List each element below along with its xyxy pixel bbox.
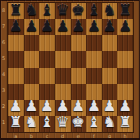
white-pawn[interactable]: ♟ bbox=[118, 99, 131, 114]
square-f1[interactable]: ♝ bbox=[86, 116, 102, 132]
white-rook[interactable]: ♜ bbox=[118, 115, 131, 130]
black-pawn[interactable]: ♟ bbox=[25, 19, 38, 34]
black-pawn[interactable]: ♟ bbox=[56, 19, 69, 34]
white-pawn[interactable]: ♟ bbox=[87, 99, 100, 114]
white-bishop[interactable]: ♝ bbox=[40, 115, 53, 130]
rank-labels: 87654321 bbox=[0, 2, 7, 131]
square-g1[interactable]: ♞ bbox=[102, 116, 118, 132]
square-f7[interactable]: ♟ bbox=[86, 19, 102, 35]
square-b4[interactable] bbox=[24, 68, 40, 84]
rank-label-5: 5 bbox=[0, 50, 7, 66]
square-g6[interactable] bbox=[102, 35, 118, 51]
square-c7[interactable]: ♟ bbox=[39, 19, 55, 35]
square-c1[interactable]: ♝ bbox=[39, 116, 55, 132]
black-pawn[interactable]: ♟ bbox=[9, 19, 22, 34]
square-e7[interactable]: ♟ bbox=[71, 19, 87, 35]
square-f4[interactable] bbox=[86, 68, 102, 84]
black-knight[interactable]: ♞ bbox=[103, 3, 116, 18]
square-h6[interactable] bbox=[117, 35, 133, 51]
black-knight[interactable]: ♞ bbox=[25, 3, 38, 18]
rank-label-2: 2 bbox=[0, 99, 7, 115]
square-c6[interactable] bbox=[39, 35, 55, 51]
black-rook[interactable]: ♜ bbox=[118, 3, 131, 18]
square-d6[interactable] bbox=[55, 35, 71, 51]
square-f6[interactable] bbox=[86, 35, 102, 51]
square-b6[interactable] bbox=[24, 35, 40, 51]
square-d5[interactable] bbox=[55, 51, 71, 67]
rank-label-7: 7 bbox=[0, 18, 7, 34]
square-e4[interactable] bbox=[71, 68, 87, 84]
square-d4[interactable] bbox=[55, 68, 71, 84]
black-pawn[interactable]: ♟ bbox=[103, 19, 116, 34]
white-king[interactable]: ♚ bbox=[72, 115, 85, 130]
white-pawn[interactable]: ♟ bbox=[9, 99, 22, 114]
white-bishop[interactable]: ♝ bbox=[87, 115, 100, 130]
black-pawn[interactable]: ♟ bbox=[72, 19, 85, 34]
white-pawn[interactable]: ♟ bbox=[25, 99, 38, 114]
square-e1[interactable]: ♚ bbox=[71, 116, 87, 132]
square-b1[interactable]: ♞ bbox=[24, 116, 40, 132]
square-g5[interactable] bbox=[102, 51, 118, 67]
chess-app-window: 87654321 ♜♞♝♛♚♝♞♜♟♟♟♟♟♟♟♟♟♟♟♟♟♟♟♟♜♞♝♛♚♝♞… bbox=[0, 0, 140, 140]
white-rook[interactable]: ♜ bbox=[9, 115, 22, 130]
white-pawn[interactable]: ♟ bbox=[103, 99, 116, 114]
square-h5[interactable] bbox=[117, 51, 133, 67]
square-e6[interactable] bbox=[71, 35, 87, 51]
black-rook[interactable]: ♜ bbox=[9, 3, 22, 18]
black-king[interactable]: ♚ bbox=[72, 3, 85, 18]
square-d7[interactable]: ♟ bbox=[55, 19, 71, 35]
square-a1[interactable]: ♜ bbox=[8, 116, 24, 132]
white-pawn[interactable]: ♟ bbox=[40, 99, 53, 114]
square-a4[interactable] bbox=[8, 68, 24, 84]
square-a7[interactable]: ♟ bbox=[8, 19, 24, 35]
rank-label-8: 8 bbox=[0, 2, 7, 18]
white-pawn[interactable]: ♟ bbox=[56, 99, 69, 114]
white-queen[interactable]: ♛ bbox=[56, 115, 69, 130]
white-pawn[interactable]: ♟ bbox=[72, 99, 85, 114]
square-b5[interactable] bbox=[24, 51, 40, 67]
rank-label-6: 6 bbox=[0, 34, 7, 50]
black-pawn[interactable]: ♟ bbox=[40, 19, 53, 34]
rank-label-1: 1 bbox=[0, 115, 7, 131]
square-g4[interactable] bbox=[102, 68, 118, 84]
square-c4[interactable] bbox=[39, 68, 55, 84]
rank-label-4: 4 bbox=[0, 67, 7, 83]
square-e5[interactable] bbox=[71, 51, 87, 67]
black-bishop[interactable]: ♝ bbox=[87, 3, 100, 18]
square-g7[interactable]: ♟ bbox=[102, 19, 118, 35]
square-a5[interactable] bbox=[8, 51, 24, 67]
square-f5[interactable] bbox=[86, 51, 102, 67]
black-queen[interactable]: ♛ bbox=[56, 3, 69, 18]
rank-label-3: 3 bbox=[0, 83, 7, 99]
black-pawn[interactable]: ♟ bbox=[118, 19, 131, 34]
white-knight[interactable]: ♞ bbox=[25, 115, 38, 130]
square-h4[interactable] bbox=[117, 68, 133, 84]
frame-bottom-edge bbox=[0, 138, 140, 140]
square-h1[interactable]: ♜ bbox=[117, 116, 133, 132]
black-pawn[interactable]: ♟ bbox=[87, 19, 100, 34]
white-knight[interactable]: ♞ bbox=[103, 115, 116, 130]
chess-board[interactable]: ♜♞♝♛♚♝♞♜♟♟♟♟♟♟♟♟♟♟♟♟♟♟♟♟♜♞♝♛♚♝♞♜ bbox=[7, 2, 134, 133]
square-h7[interactable]: ♟ bbox=[117, 19, 133, 35]
square-d1[interactable]: ♛ bbox=[55, 116, 71, 132]
square-a6[interactable] bbox=[8, 35, 24, 51]
black-bishop[interactable]: ♝ bbox=[40, 3, 53, 18]
square-b7[interactable]: ♟ bbox=[24, 19, 40, 35]
square-c5[interactable] bbox=[39, 51, 55, 67]
